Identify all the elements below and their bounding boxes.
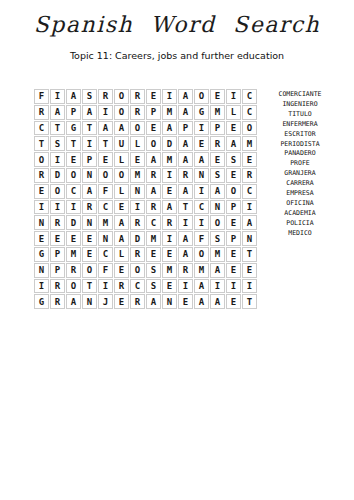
grid-cell-r9c4[interactable]: N [82, 215, 97, 230]
grid-cell-r13c6[interactable]: R [114, 279, 129, 294]
grid-cell-r11c13[interactable]: E [226, 247, 241, 262]
grid-cell-r13c4[interactable]: T [82, 279, 97, 294]
grid-cell-r6c8[interactable]: R [146, 168, 161, 183]
grid-cell-r8c8[interactable]: R [146, 200, 161, 215]
grid-cell-r6c12[interactable]: S [210, 168, 225, 183]
grid-cell-r9c12[interactable]: O [210, 215, 225, 230]
grid-cell-r2c1[interactable]: R [34, 105, 49, 120]
grid-cell-r4c14[interactable]: M [242, 136, 257, 151]
grid-cell-r4c3[interactable]: T [66, 136, 81, 151]
word-list-item: ESCRITOR [262, 130, 338, 140]
grid-cell-r4c7[interactable]: L [130, 136, 145, 151]
grid-cell-r3c6[interactable]: A [114, 121, 129, 136]
grid-cell-r2c3[interactable]: P [66, 105, 81, 120]
grid-cell-r8c4[interactable]: R [82, 200, 97, 215]
grid-cell-r14c3[interactable]: A [66, 294, 81, 309]
grid-cell-r14c10[interactable]: E [178, 294, 193, 309]
grid-cell-r2c12[interactable]: M [210, 105, 225, 120]
grid-cell-r1c6[interactable]: O [114, 89, 129, 104]
grid-cell-r7c10[interactable]: A [178, 184, 193, 199]
grid-cell-r5c1[interactable]: O [34, 152, 49, 167]
grid-cell-r7c14[interactable]: C [242, 184, 257, 199]
grid-cell-r11c11[interactable]: O [194, 247, 209, 262]
grid-cell-r5c9[interactable]: M [162, 152, 177, 167]
grid-cell-r9c5[interactable]: M [98, 215, 113, 230]
grid-cell-r2c9[interactable]: M [162, 105, 177, 120]
grid-cell-r6c6[interactable]: O [114, 168, 129, 183]
grid-cell-r4c4[interactable]: I [82, 136, 97, 151]
grid-cell-r13c13[interactable]: I [226, 279, 241, 294]
grid-cell-r10c12[interactable]: S [210, 231, 225, 246]
grid-cell-r3c13[interactable]: E [226, 121, 241, 136]
page-title: Spanish Word Search [0, 12, 354, 37]
grid-cell-r8c2[interactable]: I [50, 200, 65, 215]
grid-cell-r14c8[interactable]: A [146, 294, 161, 309]
grid-cell-r10c5[interactable]: N [98, 231, 113, 246]
grid-cell-r11c6[interactable]: L [114, 247, 129, 262]
grid-cell-r6c5[interactable]: O [98, 168, 113, 183]
grid-cell-r12c12[interactable]: A [210, 263, 225, 278]
grid-cell-r9c14[interactable]: A [242, 215, 257, 230]
word-list-item: PANADERO [262, 149, 338, 159]
grid-cell-r8c1[interactable]: I [34, 200, 49, 215]
grid-cell-r8c12[interactable]: N [210, 200, 225, 215]
grid-cell-r4c9[interactable]: D [162, 136, 177, 151]
grid-cell-r11c10[interactable]: A [178, 247, 193, 262]
grid-cell-r3c8[interactable]: E [146, 121, 161, 136]
grid-cell-r3c10[interactable]: P [178, 121, 193, 136]
grid-cell-r8c9[interactable]: A [162, 200, 177, 215]
grid-cell-r9c1[interactable]: N [34, 215, 49, 230]
word-list-item: PROFE [262, 159, 338, 169]
grid-cell-r10c11[interactable]: F [194, 231, 209, 246]
grid-cell-r13c9[interactable]: E [162, 279, 177, 294]
word-list-item: CARRERA [262, 179, 338, 189]
grid-cell-r5c8[interactable]: A [146, 152, 161, 167]
grid-cell-r4c12[interactable]: R [210, 136, 225, 151]
grid-cell-r11c4[interactable]: E [82, 247, 97, 262]
word-list-item: TITULO [262, 110, 338, 120]
grid-cell-r5c13[interactable]: S [226, 152, 241, 167]
grid-cell-r3c1[interactable]: C [34, 121, 49, 136]
grid-cell-r7c1[interactable]: E [34, 184, 49, 199]
grid-cell-r6c11[interactable]: N [194, 168, 209, 183]
grid-cell-r11c2[interactable]: P [50, 247, 65, 262]
grid-cell-r7c9[interactable]: E [162, 184, 177, 199]
worksheet-page: Spanish Word Search Topic 11: Careers, j… [0, 0, 354, 500]
grid-cell-r4c8[interactable]: O [146, 136, 161, 151]
grid-cell-r5c10[interactable]: A [178, 152, 193, 167]
grid-cell-r13c5[interactable]: I [98, 279, 113, 294]
grid-cell-r9c9[interactable]: R [162, 215, 177, 230]
word-list-item: EMPRESA [262, 189, 338, 199]
word-list-item: GRANJERA [262, 169, 338, 179]
grid-cell-r14c1[interactable]: G [34, 294, 49, 309]
word-list-item: MEDICO [262, 229, 338, 239]
grid-cell-r11c14[interactable]: T [242, 247, 257, 262]
grid-cell-r10c4[interactable]: E [82, 231, 97, 246]
grid-cell-r6c4[interactable]: N [82, 168, 97, 183]
grid-cell-r5c14[interactable]: E [242, 152, 257, 167]
grid-cell-r12c6[interactable]: E [114, 263, 129, 278]
grid-cell-r12c9[interactable]: M [162, 263, 177, 278]
grid-cell-r1c7[interactable]: R [130, 89, 145, 104]
grid-cell-r10c9[interactable]: I [162, 231, 177, 246]
grid-cell-r7c6[interactable]: L [114, 184, 129, 199]
grid-cell-r10c7[interactable]: D [130, 231, 145, 246]
grid-cell-r6c7[interactable]: M [130, 168, 145, 183]
grid-cell-r10c6[interactable]: A [114, 231, 129, 246]
grid-cell-r14c7[interactable]: R [130, 294, 145, 309]
grid-cell-r11c9[interactable]: E [162, 247, 177, 262]
word-list-item: ACADEMIA [262, 209, 338, 219]
word-list-item: ENFERMERA [262, 120, 338, 130]
grid-cell-r7c12[interactable]: A [210, 184, 225, 199]
grid-cell-r7c3[interactable]: C [66, 184, 81, 199]
grid-cell-r11c8[interactable]: E [146, 247, 161, 262]
grid-cell-r9c11[interactable]: I [194, 215, 209, 230]
grid-cell-r4c6[interactable]: U [114, 136, 129, 151]
grid-cell-r11c5[interactable]: C [98, 247, 113, 262]
grid-cell-r5c5[interactable]: E [98, 152, 113, 167]
grid-cell-r2c4[interactable]: A [82, 105, 97, 120]
grid-cell-r1c9[interactable]: I [162, 89, 177, 104]
grid-cell-r6c2[interactable]: D [50, 168, 65, 183]
grid-cell-r1c8[interactable]: E [146, 89, 161, 104]
grid-cell-r13c1[interactable]: I [34, 279, 49, 294]
grid-cell-r5c11[interactable]: A [194, 152, 209, 167]
grid-cell-r14c14[interactable]: T [242, 294, 257, 309]
word-list-item: INGENIERO [262, 100, 338, 110]
grid-cell-r3c14[interactable]: O [242, 121, 257, 136]
grid-cell-r3c5[interactable]: A [98, 121, 113, 136]
grid-cell-r1c4[interactable]: S [82, 89, 97, 104]
grid-cell-r1c5[interactable]: R [98, 89, 113, 104]
grid-cell-r10c14[interactable]: N [242, 231, 257, 246]
page-subtitle: Topic 11: Careers, jobs and further educ… [0, 50, 354, 61]
grid-cell-r5c7[interactable]: E [130, 152, 145, 167]
grid-cell-r12c3[interactable]: R [66, 263, 81, 278]
grid-cell-r8c10[interactable]: T [178, 200, 193, 215]
grid-cell-r5c6[interactable]: L [114, 152, 129, 167]
grid-cell-r11c1[interactable]: G [34, 247, 49, 262]
grid-cell-r9c7[interactable]: R [130, 215, 145, 230]
grid-cell-r12c7[interactable]: O [130, 263, 145, 278]
grid-cell-r7c4[interactable]: A [82, 184, 97, 199]
grid-cell-r14c12[interactable]: A [210, 294, 225, 309]
grid-cell-r7c5[interactable]: F [98, 184, 113, 199]
grid-cell-r13c11[interactable]: A [194, 279, 209, 294]
grid-cell-r12c5[interactable]: F [98, 263, 113, 278]
grid-cell-r12c8[interactable]: S [146, 263, 161, 278]
grid-cell-r1c13[interactable]: I [226, 89, 241, 104]
grid-cell-r8c5[interactable]: C [98, 200, 113, 215]
grid-cell-r9c3[interactable]: D [66, 215, 81, 230]
grid-cell-r13c2[interactable]: R [50, 279, 65, 294]
grid-cell-r8c13[interactable]: P [226, 200, 241, 215]
grid-cell-r7c8[interactable]: A [146, 184, 161, 199]
grid-cell-r2c8[interactable]: P [146, 105, 161, 120]
word-list-item: COMERCIANTE [262, 90, 338, 100]
grid-cell-r11c3[interactable]: M [66, 247, 81, 262]
grid-cell-r8c11[interactable]: C [194, 200, 209, 215]
grid-cell-r9c2[interactable]: R [50, 215, 65, 230]
grid-cell-r2c7[interactable]: R [130, 105, 145, 120]
grid-cell-r8c7[interactable]: I [130, 200, 145, 215]
grid-cell-r9c8[interactable]: C [146, 215, 161, 230]
grid-cell-r12c11[interactable]: M [194, 263, 209, 278]
grid-cell-r14c2[interactable]: R [50, 294, 65, 309]
grid-cell-r4c1[interactable]: T [34, 136, 49, 151]
grid-cell-r2c11[interactable]: G [194, 105, 209, 120]
grid-cell-r2c2[interactable]: A [50, 105, 65, 120]
grid-cell-r10c3[interactable]: E [66, 231, 81, 246]
grid-cell-r6c3[interactable]: O [66, 168, 81, 183]
grid-cell-r9c6[interactable]: A [114, 215, 129, 230]
grid-cell-r5c4[interactable]: P [82, 152, 97, 167]
word-search-grid: FIASROREIAOEICRAPAIORPMAGMLCCTGTAAOEAPIP… [34, 89, 257, 309]
grid-cell-r8c6[interactable]: E [114, 200, 129, 215]
grid-cell-r2c6[interactable]: O [114, 105, 129, 120]
grid-cell-r12c2[interactable]: P [50, 263, 65, 278]
grid-cell-r6c9[interactable]: I [162, 168, 177, 183]
grid-cell-r13c10[interactable]: I [178, 279, 193, 294]
grid-cell-r4c13[interactable]: A [226, 136, 241, 151]
grid-cell-r12c1[interactable]: N [34, 263, 49, 278]
grid-cell-r1c14[interactable]: C [242, 89, 257, 104]
grid-cell-r12c10[interactable]: R [178, 263, 193, 278]
grid-cell-r9c10[interactable]: I [178, 215, 193, 230]
grid-cell-r13c12[interactable]: I [210, 279, 225, 294]
grid-cell-r4c10[interactable]: A [178, 136, 193, 151]
grid-cell-r13c14[interactable]: I [242, 279, 257, 294]
grid-cell-r5c2[interactable]: I [50, 152, 65, 167]
grid-cell-r14c11[interactable]: A [194, 294, 209, 309]
grid-cell-r13c7[interactable]: C [130, 279, 145, 294]
grid-cell-r2c14[interactable]: C [242, 105, 257, 120]
grid-cell-r1c10[interactable]: A [178, 89, 193, 104]
grid-cell-r3c11[interactable]: I [194, 121, 209, 136]
grid-cell-r1c2[interactable]: I [50, 89, 65, 104]
grid-cell-r9c13[interactable]: E [226, 215, 241, 230]
grid-cell-r1c12[interactable]: E [210, 89, 225, 104]
grid-cell-r7c13[interactable]: O [226, 184, 241, 199]
grid-cell-r10c8[interactable]: M [146, 231, 161, 246]
word-list-item: PERIODISTA [262, 140, 338, 150]
grid-cell-r6c13[interactable]: E [226, 168, 241, 183]
grid-cell-r10c13[interactable]: P [226, 231, 241, 246]
grid-cell-r6c10[interactable]: R [178, 168, 193, 183]
grid-cell-r7c11[interactable]: I [194, 184, 209, 199]
grid-cell-r2c13[interactable]: L [226, 105, 241, 120]
grid-cell-r7c2[interactable]: O [50, 184, 65, 199]
grid-cell-r5c12[interactable]: E [210, 152, 225, 167]
grid-cell-r1c11[interactable]: O [194, 89, 209, 104]
grid-cell-r3c4[interactable]: T [82, 121, 97, 136]
grid-cell-r14c13[interactable]: E [226, 294, 241, 309]
grid-cell-r14c4[interactable]: N [82, 294, 97, 309]
grid-cell-r11c7[interactable]: R [130, 247, 145, 262]
grid-cell-r6c14[interactable]: R [242, 168, 257, 183]
grid-cell-r3c2[interactable]: T [50, 121, 65, 136]
grid-cell-r14c9[interactable]: N [162, 294, 177, 309]
grid-cell-r11c12[interactable]: M [210, 247, 225, 262]
grid-cell-r8c14[interactable]: I [242, 200, 257, 215]
word-list-item: POLICIA [262, 219, 338, 229]
grid-cell-r10c1[interactable]: E [34, 231, 49, 246]
grid-cell-r6c1[interactable]: R [34, 168, 49, 183]
grid-cell-r3c3[interactable]: G [66, 121, 81, 136]
grid-cell-r13c3[interactable]: O [66, 279, 81, 294]
word-list: COMERCIANTEINGENIEROTITULOENFERMERAESCRI… [262, 90, 338, 239]
grid-cell-r10c2[interactable]: E [50, 231, 65, 246]
grid-cell-r3c12[interactable]: P [210, 121, 225, 136]
grid-cell-r10c10[interactable]: A [178, 231, 193, 246]
grid-cell-r12c14[interactable]: E [242, 263, 257, 278]
word-list-item: OFICINA [262, 199, 338, 209]
grid-cell-r2c10[interactable]: A [178, 105, 193, 120]
grid-cell-r4c5[interactable]: T [98, 136, 113, 151]
grid-cell-r2c5[interactable]: I [98, 105, 113, 120]
grid-cell-r14c5[interactable]: J [98, 294, 113, 309]
grid-cell-r3c7[interactable]: O [130, 121, 145, 136]
grid-cell-r3c9[interactable]: A [162, 121, 177, 136]
grid-cell-r12c13[interactable]: E [226, 263, 241, 278]
grid-cell-r4c11[interactable]: E [194, 136, 209, 151]
grid-cell-r1c1[interactable]: F [34, 89, 49, 104]
grid-cell-r12c4[interactable]: O [82, 263, 97, 278]
grid-cell-r1c3[interactable]: A [66, 89, 81, 104]
grid-cell-r4c2[interactable]: S [50, 136, 65, 151]
grid-cell-r13c8[interactable]: S [146, 279, 161, 294]
grid-cell-r5c3[interactable]: E [66, 152, 81, 167]
grid-cell-r14c6[interactable]: E [114, 294, 129, 309]
grid-cell-r7c7[interactable]: N [130, 184, 145, 199]
grid-cell-r8c3[interactable]: I [66, 200, 81, 215]
